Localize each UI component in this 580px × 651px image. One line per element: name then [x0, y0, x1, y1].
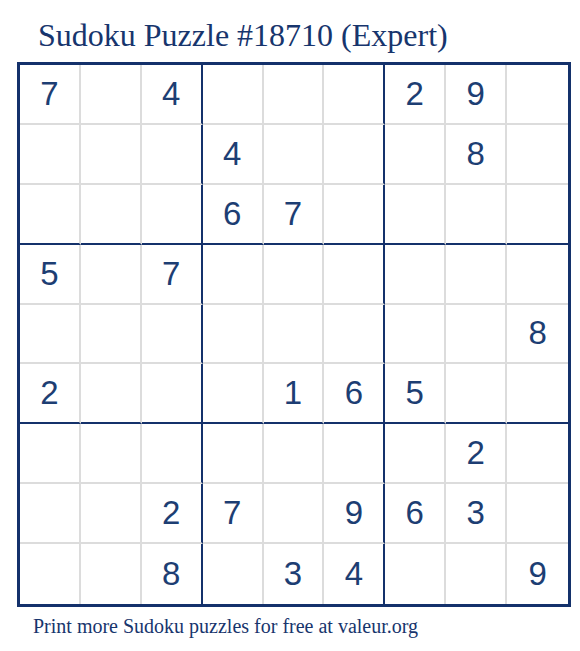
sudoku-cell-r4c4[interactable]	[203, 245, 264, 305]
sudoku-cell-r1c3[interactable]: 4	[142, 65, 203, 125]
sudoku-cell-r1c7[interactable]: 2	[385, 65, 446, 125]
sudoku-cell-r7c9[interactable]	[507, 424, 568, 484]
sudoku-cell-r1c8[interactable]: 9	[446, 65, 507, 125]
sudoku-cell-r1c6[interactable]	[324, 65, 385, 125]
sudoku-cell-r8c1[interactable]	[20, 484, 81, 544]
sudoku-cell-r9c3[interactable]: 8	[142, 544, 203, 604]
sudoku-cell-r5c7[interactable]	[385, 305, 446, 365]
sudoku-cell-r2c8[interactable]: 8	[446, 125, 507, 185]
sudoku-cell-r2c4[interactable]: 4	[203, 125, 264, 185]
sudoku-cell-r2c6[interactable]	[324, 125, 385, 185]
sudoku-cell-r7c3[interactable]	[142, 424, 203, 484]
sudoku-cell-r7c8[interactable]: 2	[446, 424, 507, 484]
sudoku-cell-r3c1[interactable]	[20, 185, 81, 245]
sudoku-cell-r1c1[interactable]: 7	[20, 65, 81, 125]
sudoku-cell-r5c1[interactable]	[20, 305, 81, 365]
sudoku-cell-r6c2[interactable]	[81, 364, 142, 424]
sudoku-cell-r6c6[interactable]: 6	[324, 364, 385, 424]
sudoku-cell-r6c7[interactable]: 5	[385, 364, 446, 424]
sudoku-cell-r6c8[interactable]	[446, 364, 507, 424]
sudoku-cell-r1c5[interactable]	[264, 65, 325, 125]
sudoku-cell-r3c6[interactable]	[324, 185, 385, 245]
footer-note: Print more Sudoku puzzles for free at va…	[33, 614, 418, 638]
sudoku-cell-r9c7[interactable]	[385, 544, 446, 604]
sudoku-cell-r7c6[interactable]	[324, 424, 385, 484]
sudoku-cell-r5c4[interactable]	[203, 305, 264, 365]
sudoku-cell-r6c1[interactable]: 2	[20, 364, 81, 424]
sudoku-cell-r3c3[interactable]	[142, 185, 203, 245]
sudoku-cell-r9c5[interactable]: 3	[264, 544, 325, 604]
sudoku-cell-r7c2[interactable]	[81, 424, 142, 484]
sudoku-cell-r3c2[interactable]	[81, 185, 142, 245]
sudoku-cell-r3c4[interactable]: 6	[203, 185, 264, 245]
sudoku-cell-r3c8[interactable]	[446, 185, 507, 245]
sudoku-cell-r1c9[interactable]	[507, 65, 568, 125]
sudoku-cell-r7c7[interactable]	[385, 424, 446, 484]
sudoku-cell-r8c9[interactable]	[507, 484, 568, 544]
sudoku-cell-r4c5[interactable]	[264, 245, 325, 305]
sudoku-cell-r2c5[interactable]	[264, 125, 325, 185]
sudoku-cell-r1c4[interactable]	[203, 65, 264, 125]
sudoku-cell-r3c9[interactable]	[507, 185, 568, 245]
sudoku-cell-r5c9[interactable]: 8	[507, 305, 568, 365]
sudoku-cell-r9c6[interactable]: 4	[324, 544, 385, 604]
sudoku-cell-r2c2[interactable]	[81, 125, 142, 185]
sudoku-cell-r8c7[interactable]: 6	[385, 484, 446, 544]
page-title: Sudoku Puzzle #18710 (Expert)	[38, 17, 448, 53]
sudoku-cell-r2c3[interactable]	[142, 125, 203, 185]
sudoku-cell-r5c2[interactable]	[81, 305, 142, 365]
sudoku-cell-r8c8[interactable]: 3	[446, 484, 507, 544]
sudoku-cell-r2c7[interactable]	[385, 125, 446, 185]
sudoku-cell-r7c5[interactable]	[264, 424, 325, 484]
sudoku-board: 7429486757821652279638349	[17, 62, 571, 607]
sudoku-cell-r8c4[interactable]: 7	[203, 484, 264, 544]
sudoku-cell-r6c5[interactable]: 1	[264, 364, 325, 424]
sudoku-cell-r9c4[interactable]	[203, 544, 264, 604]
sudoku-cell-r4c9[interactable]	[507, 245, 568, 305]
sudoku-cell-r9c9[interactable]: 9	[507, 544, 568, 604]
sudoku-cell-r4c7[interactable]	[385, 245, 446, 305]
sudoku-cell-r4c1[interactable]: 5	[20, 245, 81, 305]
sudoku-cell-r1c2[interactable]	[81, 65, 142, 125]
sudoku-cell-r8c5[interactable]	[264, 484, 325, 544]
sudoku-cell-r6c9[interactable]	[507, 364, 568, 424]
sudoku-cell-r4c2[interactable]	[81, 245, 142, 305]
sudoku-cell-r5c6[interactable]	[324, 305, 385, 365]
sudoku-cell-r4c8[interactable]	[446, 245, 507, 305]
sudoku-cell-r5c8[interactable]	[446, 305, 507, 365]
sudoku-cell-r6c4[interactable]	[203, 364, 264, 424]
sudoku-cell-r6c3[interactable]	[142, 364, 203, 424]
sudoku-cell-r8c6[interactable]: 9	[324, 484, 385, 544]
sudoku-cell-r2c1[interactable]	[20, 125, 81, 185]
sudoku-cell-r5c5[interactable]	[264, 305, 325, 365]
sudoku-cell-r4c3[interactable]: 7	[142, 245, 203, 305]
sudoku-cell-r4c6[interactable]	[324, 245, 385, 305]
sudoku-cell-r7c4[interactable]	[203, 424, 264, 484]
sudoku-cell-r9c1[interactable]	[20, 544, 81, 604]
sudoku-cell-r8c2[interactable]	[81, 484, 142, 544]
sudoku-cell-r2c9[interactable]	[507, 125, 568, 185]
sudoku-cell-r7c1[interactable]	[20, 424, 81, 484]
sudoku-cell-r5c3[interactable]	[142, 305, 203, 365]
sudoku-cell-r3c7[interactable]	[385, 185, 446, 245]
sudoku-cell-r9c2[interactable]	[81, 544, 142, 604]
sudoku-cell-r9c8[interactable]	[446, 544, 507, 604]
sudoku-cell-r3c5[interactable]: 7	[264, 185, 325, 245]
sudoku-cell-r8c3[interactable]: 2	[142, 484, 203, 544]
